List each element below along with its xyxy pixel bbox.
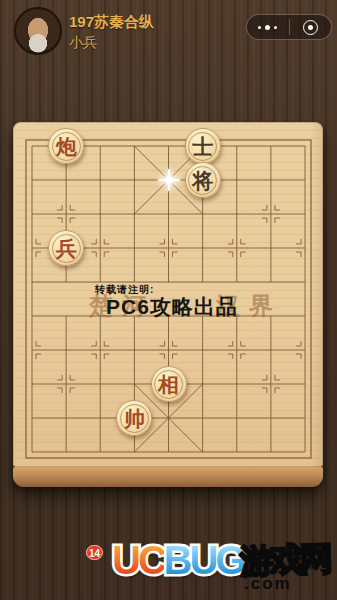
board-edge (13, 467, 323, 487)
piece-red-general[interactable]: 帅 (116, 400, 152, 436)
piece-black-advisor[interactable]: 士 (185, 128, 221, 164)
piece-glyph: 士 (186, 129, 220, 165)
piece-glyph: 炮 (49, 129, 83, 165)
piece-glyph: 兵 (49, 231, 83, 267)
more-button[interactable] (247, 15, 289, 39)
piece-red-cannon[interactable]: 炮 (48, 128, 84, 164)
close-icon (303, 20, 318, 35)
header: 197苏秦合纵 小兵 (0, 0, 337, 62)
move-highlight-sparkle (158, 169, 180, 191)
piece-red-elephant[interactable]: 相 (151, 366, 187, 402)
player-avatar (14, 7, 62, 55)
piece-red-soldier[interactable]: 兵 (48, 230, 84, 266)
more-icon (258, 26, 261, 29)
piece-black-general[interactable]: 将 (185, 162, 221, 198)
piece-glyph: 相 (152, 367, 186, 403)
hint-count-badge: 14 (86, 545, 103, 560)
piece-glyph: 帅 (117, 401, 151, 437)
level-title: 197苏秦合纵 (69, 13, 154, 32)
bottom-toolbar: 2 (0, 540, 337, 600)
piece-glyph: 将 (186, 163, 220, 199)
player-rank: 小兵 (69, 34, 97, 52)
app-screen: 197苏秦合纵 小兵 楚河 汉界 炮士将兵相帅 转载请注明: PC6攻略出品 (0, 0, 337, 600)
miniprogram-capsule (246, 14, 332, 40)
close-button[interactable] (290, 15, 332, 39)
watermark-brand: PC6攻略出品 (106, 293, 238, 321)
